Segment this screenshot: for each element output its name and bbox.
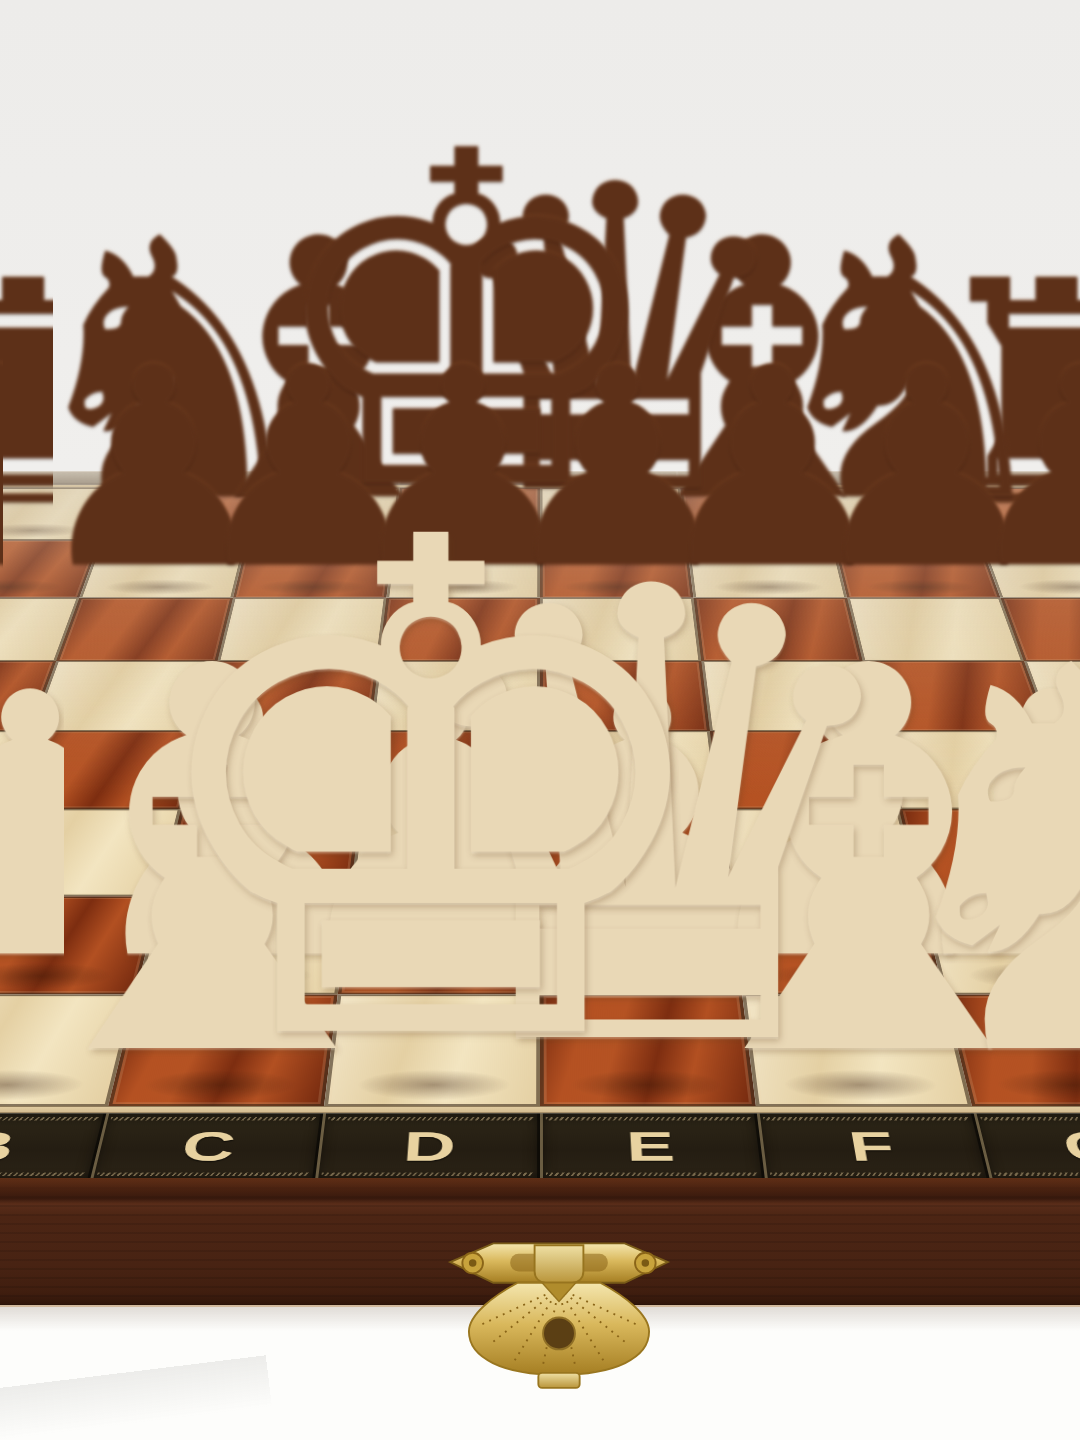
piece-white-king-d1[interactable]: ♚ bbox=[124, 453, 737, 1136]
latch-clasp-icon bbox=[437, 1234, 681, 1395]
file-label-cell-g: G bbox=[974, 1114, 1080, 1180]
file-label-band: ABCDEFGH bbox=[0, 1114, 1080, 1180]
latch-hook bbox=[535, 1245, 584, 1283]
file-label-cell-f: F bbox=[757, 1114, 990, 1180]
file-label-cell-c: C bbox=[90, 1114, 323, 1180]
file-label-f: F bbox=[845, 1123, 898, 1170]
square-g1[interactable]: ♞ bbox=[944, 994, 1080, 1106]
file-label-g: G bbox=[1057, 1123, 1080, 1170]
square-d1[interactable]: ♚ bbox=[324, 994, 540, 1106]
file-label-cell-b: B bbox=[0, 1114, 106, 1180]
file-label-cell-d: D bbox=[315, 1114, 540, 1180]
chess-board: ♜♞♝♚♛♝♞♜♟♟♟♟♟♟♟♟♟♟♟♟♟♟♟♟♜♞♝♚♛♝♞♜ ABCDEFG… bbox=[0, 471, 1080, 1180]
file-label-cell-e: E bbox=[540, 1114, 765, 1180]
latch-tab bbox=[538, 1373, 579, 1388]
box-front-lip bbox=[0, 1178, 1080, 1204]
latch-hole bbox=[543, 1318, 575, 1350]
board-squares: ♜♞♝♚♛♝♞♜♟♟♟♟♟♟♟♟♟♟♟♟♟♟♟♟♜♞♝♚♛♝♞♜ bbox=[0, 488, 1080, 1106]
file-label-e: E bbox=[625, 1123, 676, 1170]
file-label-c: C bbox=[178, 1123, 239, 1170]
chess-set-photo: ♜♞♝♚♛♝♞♜♟♟♟♟♟♟♟♟♟♟♟♟♟♟♟♟♜♞♝♚♛♝♞♜ ABCDEFG… bbox=[0, 0, 1080, 1440]
file-label-b: B bbox=[0, 1123, 21, 1170]
file-label-d: D bbox=[402, 1123, 457, 1170]
